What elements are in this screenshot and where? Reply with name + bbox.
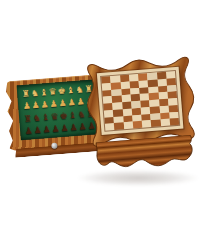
board-grid xyxy=(101,71,179,131)
board-square xyxy=(139,87,149,94)
board-square xyxy=(131,101,141,108)
carved-apron xyxy=(92,135,197,181)
chess-board xyxy=(97,67,184,135)
product-photo: ♜♞♝♛♚♝♞♜♟♟♟♟♟♟♟♟♜♞♝♛♚♝♞♜♟♟♟♟♟♟♟♟ xyxy=(0,0,200,250)
board-square xyxy=(142,120,152,127)
board-square xyxy=(148,79,158,86)
board-square xyxy=(160,112,170,119)
board-square xyxy=(151,120,161,127)
board-square xyxy=(138,73,148,80)
board-square xyxy=(104,116,114,123)
board-square xyxy=(167,84,177,91)
board-square xyxy=(169,118,179,125)
board-square xyxy=(133,121,143,128)
chess-set: ♜♞♝♛♚♝♞♜♟♟♟♟♟♟♟♟♜♞♝♛♚♝♞♜♟♟♟♟♟♟♟♟ xyxy=(0,49,200,204)
board-square xyxy=(150,113,160,120)
board-square xyxy=(156,72,166,79)
board-square xyxy=(122,102,132,109)
board-square xyxy=(149,93,159,100)
board-square xyxy=(123,122,133,129)
board-square xyxy=(114,122,124,129)
board-box xyxy=(81,53,200,187)
board-square xyxy=(160,119,170,126)
board-square xyxy=(113,109,123,116)
board-square xyxy=(111,89,121,96)
board-square xyxy=(105,123,115,130)
